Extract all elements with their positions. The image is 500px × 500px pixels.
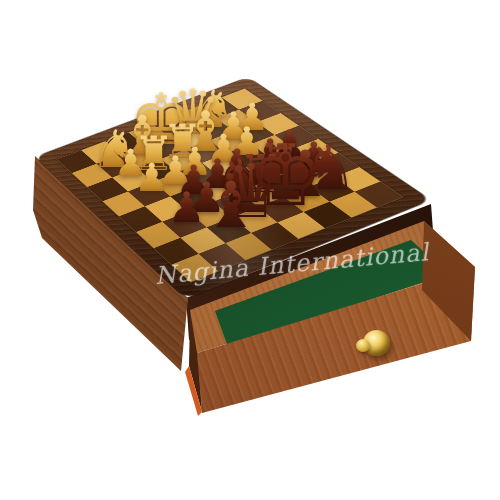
brass-knob [363, 330, 390, 356]
product-image-chess-box: ♞♝♚♛♞♟♜♜♝♟♟♟♟♟♟♟♟♟♟♟♟♟♟♞♜♜♟♝♛♚♝♞ Nagina … [0, 0, 500, 500]
